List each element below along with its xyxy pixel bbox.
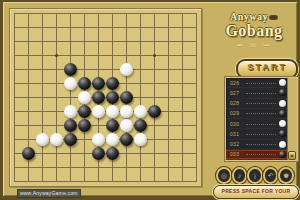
app-window: www.AnywayGame.com Anyway Gobang ∽ ∞ ∽ S… [3, 2, 297, 196]
stone-white [120, 119, 133, 132]
stone-black [120, 133, 133, 146]
stone-black [148, 105, 161, 118]
sound-button[interactable]: ♪ [232, 167, 248, 184]
move-list-rows: 026027028029030031032033 [226, 78, 288, 160]
stone-black [64, 63, 77, 76]
move-list-row[interactable]: 029 [226, 109, 288, 119]
undo-arrow-icon: ↶ [268, 172, 274, 179]
stone-white [64, 105, 77, 118]
stone-black [22, 147, 35, 160]
stone-black [106, 147, 119, 160]
stone-white [92, 105, 105, 118]
move-list-panel: 026027028029030031032033 ▣ [225, 77, 298, 161]
start-button[interactable]: START [236, 59, 298, 79]
stone-black [106, 119, 119, 132]
stone-black [92, 147, 105, 160]
move-number: 029 [230, 110, 243, 116]
press-space-button[interactable]: PRESS SPACE FOR YOUR TURN [213, 185, 299, 199]
grid-line-horizontal [14, 55, 197, 56]
scrollbar-thumb[interactable]: ▣ [288, 151, 296, 160]
white-stone-icon [279, 100, 286, 107]
ornament-flourish: ∽ ∞ ∽ [208, 41, 300, 49]
dash-separator [246, 133, 276, 135]
move-number: 030 [230, 121, 243, 127]
dash-separator [246, 143, 276, 145]
menu-button[interactable]: ♚ [278, 167, 294, 184]
stone-white [50, 133, 63, 146]
game-title: Anyway Gobang ∽ ∞ ∽ [208, 12, 300, 49]
dash-separator [246, 153, 276, 155]
dash-separator [246, 92, 276, 94]
rings-icon: ◎ [221, 172, 227, 179]
grid-line-horizontal [14, 13, 197, 14]
title-anyway: Anyway [230, 11, 268, 22]
stone-white [106, 133, 119, 146]
stone-white [134, 105, 147, 118]
board-credit-label: www.AnywayGame.com [17, 189, 81, 198]
stone-black [78, 77, 91, 90]
music-note-icon: ♪ [238, 172, 242, 179]
stone-black [64, 119, 77, 132]
stone-black [106, 91, 119, 104]
black-stone-icon [279, 110, 286, 117]
move-list-row[interactable]: 032 [226, 140, 288, 150]
grid-line-horizontal [14, 181, 197, 182]
stone-black [106, 77, 119, 90]
dash-separator [246, 102, 276, 104]
undo-button[interactable]: ↶ [263, 167, 279, 184]
move-list-row[interactable]: 031 [226, 129, 288, 139]
stone-white [36, 133, 49, 146]
stone-white [120, 105, 133, 118]
gobang-board[interactable] [14, 13, 197, 182]
grid-line-horizontal [14, 167, 197, 168]
settings-button[interactable]: ◎ [216, 167, 232, 184]
stone-black [92, 91, 105, 104]
black-stone-icon [279, 89, 286, 96]
move-list-row[interactable]: 027 [226, 88, 288, 98]
black-stone-icon [279, 130, 286, 137]
hint-button[interactable]: ¡ [247, 167, 263, 184]
bulb-icon: ¡ [254, 172, 256, 179]
grid-line-horizontal [14, 41, 197, 42]
dash-separator [246, 112, 276, 114]
board-panel [9, 8, 202, 187]
grid-line-horizontal [14, 27, 197, 28]
dash-separator [246, 123, 276, 125]
toolbar: ◎♪¡↶♚ [216, 167, 294, 184]
star-point [55, 54, 58, 57]
move-number: 027 [230, 90, 243, 96]
stone-black [78, 105, 91, 118]
title-gobang: Gobang [208, 23, 300, 39]
stone-black [64, 133, 77, 146]
move-list-row[interactable]: 030 [226, 119, 288, 129]
white-stone-icon [279, 79, 286, 86]
move-number: 033 [230, 151, 243, 157]
move-list-row[interactable]: 028 [226, 99, 288, 109]
stone-white [106, 105, 119, 118]
stone-white [134, 133, 147, 146]
stone-white [78, 91, 91, 104]
stone-black [78, 119, 91, 132]
move-number: 028 [230, 100, 243, 106]
move-number: 032 [230, 141, 243, 147]
move-number: 031 [230, 131, 243, 137]
sidebar: Anyway Gobang ∽ ∞ ∽ START 02602702802903… [208, 4, 300, 192]
stone-white [92, 133, 105, 146]
stone-white [120, 63, 133, 76]
move-list-scrollbar[interactable]: ▣ [287, 78, 297, 160]
grid-line-horizontal [14, 69, 197, 70]
stone-white [64, 77, 77, 90]
move-number: 026 [230, 80, 243, 86]
stone-black [134, 119, 147, 132]
move-list-row[interactable]: 033 [226, 150, 288, 160]
dash-separator [246, 82, 276, 84]
white-stone-icon [279, 141, 286, 148]
star-point [153, 54, 156, 57]
stone-black [92, 77, 105, 90]
white-stone-icon [279, 120, 286, 127]
black-stone-icon [279, 151, 286, 158]
crown-icon: ♚ [283, 172, 289, 179]
move-list-row[interactable]: 026 [226, 78, 288, 88]
title-badge [269, 15, 278, 20]
stone-black [120, 91, 133, 104]
